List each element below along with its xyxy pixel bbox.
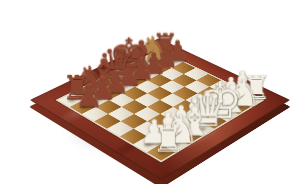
piece-white-rook-a1: ♜ — [147, 144, 175, 160]
chess-set-photo: ♜♞♝♛♚♝♞♜♟♟♟♟♟♟♟♟♟♟♟♟♟♟♟♟♜♞♝♛♚♝♞♜ — [0, 0, 300, 184]
red-pawn-glyph: ♟ — [75, 81, 102, 110]
white-rook-glyph: ♜ — [152, 122, 185, 157]
